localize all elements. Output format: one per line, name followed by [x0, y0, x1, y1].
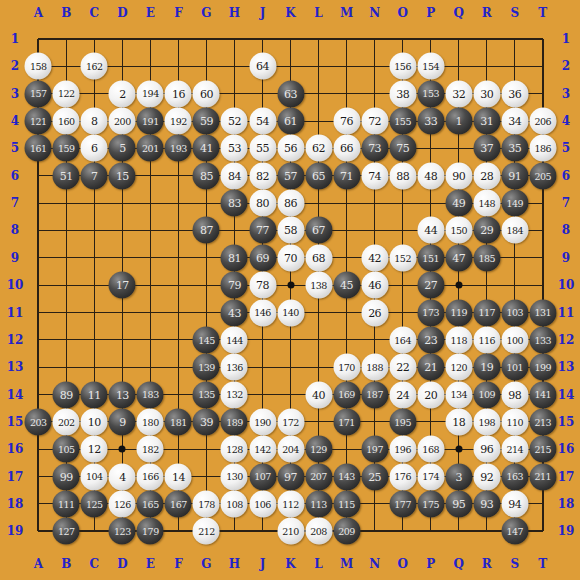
move-number: 122 — [58, 89, 75, 99]
black-stone-147: 147 — [501, 518, 528, 545]
move-number: 7 — [91, 170, 98, 181]
white-stone-188: 188 — [361, 354, 388, 381]
move-number: 3 — [455, 471, 462, 482]
black-stone-131: 131 — [529, 299, 556, 326]
column-label-top: G — [201, 7, 211, 19]
black-stone-187: 187 — [361, 381, 388, 408]
column-label-top: Q — [453, 7, 463, 19]
white-stone-116: 116 — [473, 326, 500, 353]
move-number: 47 — [452, 252, 465, 263]
row-label-right: 4 — [562, 115, 570, 127]
move-number: 45 — [340, 280, 353, 291]
white-stone-52: 52 — [221, 108, 248, 135]
move-number: 55 — [256, 143, 269, 154]
white-stone-66: 66 — [333, 135, 360, 162]
move-number: 185 — [478, 253, 495, 263]
white-stone-90: 90 — [445, 162, 472, 189]
move-number: 94 — [508, 498, 521, 509]
black-stone-49: 49 — [445, 190, 472, 217]
move-number: 90 — [452, 170, 465, 181]
black-stone-165: 165 — [137, 490, 164, 517]
white-stone-92: 92 — [473, 463, 500, 490]
white-stone-162: 162 — [81, 53, 108, 80]
white-stone-64: 64 — [249, 53, 276, 80]
move-number: 48 — [424, 170, 437, 181]
white-stone-122: 122 — [53, 80, 80, 107]
black-stone-133: 133 — [529, 326, 556, 353]
white-stone-60: 60 — [193, 80, 220, 107]
move-number: 4 — [119, 471, 126, 482]
move-number: 39 — [200, 416, 213, 427]
move-number: 35 — [508, 143, 521, 154]
black-stone-111: 111 — [53, 490, 80, 517]
move-number: 136 — [226, 362, 243, 372]
move-number: 126 — [114, 499, 131, 509]
white-stone-72: 72 — [361, 108, 388, 135]
white-stone-158: 158 — [25, 53, 52, 80]
move-number: 115 — [338, 499, 355, 509]
white-stone-16: 16 — [165, 80, 192, 107]
white-stone-186: 186 — [529, 135, 556, 162]
row-label-left: 15 — [7, 416, 24, 428]
white-stone-126: 126 — [109, 490, 136, 517]
black-stone-163: 163 — [501, 463, 528, 490]
black-stone-1: 1 — [445, 108, 472, 135]
white-stone-55: 55 — [249, 135, 276, 162]
move-number: 86 — [284, 198, 297, 209]
move-number: 66 — [340, 143, 353, 154]
black-stone-59: 59 — [193, 108, 220, 135]
column-label-bottom: F — [174, 558, 183, 570]
black-stone-135: 135 — [193, 381, 220, 408]
move-number: 72 — [368, 116, 381, 127]
row-label-right: 11 — [558, 307, 575, 319]
move-number: 57 — [284, 170, 297, 181]
move-number: 31 — [480, 116, 493, 127]
white-stone-212: 212 — [193, 518, 220, 545]
row-label-right: 13 — [558, 361, 575, 373]
white-stone-160: 160 — [53, 108, 80, 135]
column-label-top: H — [229, 7, 240, 19]
white-stone-136: 136 — [221, 354, 248, 381]
white-stone-104: 104 — [81, 463, 108, 490]
move-number: 108 — [226, 499, 243, 509]
white-stone-134: 134 — [445, 381, 472, 408]
move-number: 187 — [366, 390, 383, 400]
column-label-bottom: T — [538, 558, 547, 570]
column-label-top: C — [90, 7, 100, 19]
row-label-right: 17 — [558, 471, 575, 483]
black-stone-105: 105 — [53, 436, 80, 463]
black-stone-33: 33 — [417, 108, 444, 135]
column-label-bottom: B — [61, 558, 71, 570]
column-label-bottom: G — [201, 558, 211, 570]
black-stone-39: 39 — [193, 408, 220, 435]
white-stone-34: 34 — [501, 108, 528, 135]
move-number: 49 — [452, 198, 465, 209]
black-stone-211: 211 — [529, 463, 556, 490]
white-stone-84: 84 — [221, 162, 248, 189]
column-label-bottom: E — [146, 558, 155, 570]
white-stone-120: 120 — [445, 354, 472, 381]
move-number: 51 — [60, 170, 73, 181]
row-label-left: 19 — [7, 525, 24, 537]
move-number: 93 — [480, 498, 493, 509]
move-number: 29 — [480, 225, 493, 236]
white-stone-53: 53 — [221, 135, 248, 162]
white-stone-28: 28 — [473, 162, 500, 189]
white-stone-106: 106 — [249, 490, 276, 517]
move-number: 24 — [396, 389, 409, 400]
black-stone-213: 213 — [529, 408, 556, 435]
move-number: 197 — [366, 445, 383, 455]
move-number: 211 — [534, 472, 551, 482]
black-stone-73: 73 — [361, 135, 388, 162]
move-number: 52 — [228, 116, 241, 127]
move-number: 190 — [254, 417, 271, 427]
move-number: 76 — [340, 116, 353, 127]
move-number: 42 — [368, 252, 381, 263]
move-number: 43 — [228, 307, 241, 318]
black-stone-115: 115 — [333, 490, 360, 517]
row-label-left: 1 — [11, 33, 19, 45]
row-label-left: 2 — [11, 60, 19, 72]
row-label-left: 4 — [11, 115, 19, 127]
move-number: 58 — [284, 225, 297, 236]
move-number: 215 — [534, 445, 551, 455]
row-label-left: 17 — [7, 471, 24, 483]
black-stone-27: 27 — [417, 272, 444, 299]
move-number: 81 — [228, 252, 241, 263]
white-stone-132: 132 — [221, 381, 248, 408]
row-label-left: 18 — [7, 498, 24, 510]
white-stone-62: 62 — [305, 135, 332, 162]
star-point — [455, 282, 462, 289]
move-number: 28 — [480, 170, 493, 181]
white-stone-26: 26 — [361, 299, 388, 326]
row-label-right: 3 — [562, 88, 570, 100]
go-board[interactable]: AABBCCDDEEFFGGHHJJKKLLMMNNOOPPQQRRSSTT11… — [0, 0, 580, 580]
star-point — [287, 282, 294, 289]
row-label-left: 8 — [11, 224, 19, 236]
column-label-top: O — [397, 7, 407, 19]
move-number: 106 — [254, 499, 271, 509]
white-stone-38: 38 — [389, 80, 416, 107]
move-number: 27 — [424, 280, 437, 291]
move-number: 112 — [282, 499, 299, 509]
move-number: 54 — [256, 116, 269, 127]
move-number: 156 — [394, 62, 411, 72]
black-stone-99: 99 — [53, 463, 80, 490]
black-stone-179: 179 — [137, 518, 164, 545]
black-stone-203: 203 — [25, 408, 52, 435]
black-stone-91: 91 — [501, 162, 528, 189]
move-number: 107 — [254, 472, 271, 482]
move-number: 198 — [478, 417, 495, 427]
move-number: 144 — [226, 335, 243, 345]
white-stone-168: 168 — [417, 436, 444, 463]
column-label-bottom: D — [117, 558, 127, 570]
white-stone-78: 78 — [249, 272, 276, 299]
move-number: 11 — [88, 389, 101, 400]
move-number: 146 — [254, 308, 271, 318]
star-point — [119, 446, 126, 453]
move-number: 168 — [422, 445, 439, 455]
move-number: 60 — [200, 88, 213, 99]
column-label-bottom: R — [482, 558, 492, 570]
black-stone-121: 121 — [25, 108, 52, 135]
move-number: 25 — [368, 471, 381, 482]
white-stone-178: 178 — [193, 490, 220, 517]
column-label-top: D — [117, 7, 127, 19]
white-stone-206: 206 — [529, 108, 556, 135]
white-stone-74: 74 — [361, 162, 388, 189]
move-number: 88 — [396, 170, 409, 181]
white-stone-130: 130 — [221, 463, 248, 490]
move-number: 175 — [422, 499, 439, 509]
move-number: 206 — [534, 116, 551, 126]
white-stone-108: 108 — [221, 490, 248, 517]
move-number: 191 — [142, 116, 159, 126]
move-number: 59 — [200, 116, 213, 127]
move-number: 214 — [506, 445, 523, 455]
black-stone-79: 79 — [221, 272, 248, 299]
move-number: 5 — [119, 143, 126, 154]
white-stone-18: 18 — [445, 408, 472, 435]
row-label-right: 1 — [562, 33, 570, 45]
row-label-right: 10 — [558, 279, 575, 291]
black-stone-21: 21 — [417, 354, 444, 381]
black-stone-153: 153 — [417, 80, 444, 107]
move-number: 9 — [119, 416, 126, 427]
white-stone-144: 144 — [221, 326, 248, 353]
column-label-top: T — [538, 7, 547, 19]
white-stone-110: 110 — [501, 408, 528, 435]
move-number: 82 — [256, 170, 269, 181]
move-number: 201 — [142, 144, 159, 154]
move-number: 172 — [282, 417, 299, 427]
move-number: 205 — [534, 171, 551, 181]
move-number: 18 — [452, 416, 465, 427]
black-stone-61: 61 — [277, 108, 304, 135]
move-number: 99 — [60, 471, 73, 482]
column-label-bottom: M — [340, 558, 353, 570]
black-stone-35: 35 — [501, 135, 528, 162]
white-stone-166: 166 — [137, 463, 164, 490]
move-number: 130 — [226, 472, 243, 482]
move-number: 111 — [58, 499, 75, 509]
move-number: 149 — [506, 198, 523, 208]
white-stone-6: 6 — [81, 135, 108, 162]
white-stone-148: 148 — [473, 190, 500, 217]
black-stone-199: 199 — [529, 354, 556, 381]
black-stone-197: 197 — [361, 436, 388, 463]
move-number: 74 — [368, 170, 381, 181]
white-stone-176: 176 — [389, 463, 416, 490]
white-stone-174: 174 — [417, 463, 444, 490]
move-number: 140 — [282, 308, 299, 318]
white-stone-88: 88 — [389, 162, 416, 189]
black-stone-51: 51 — [53, 162, 80, 189]
move-number: 26 — [368, 307, 381, 318]
move-number: 210 — [282, 527, 299, 537]
move-number: 117 — [478, 308, 495, 318]
black-stone-177: 177 — [389, 490, 416, 517]
black-stone-113: 113 — [305, 490, 332, 517]
move-number: 200 — [114, 116, 131, 126]
white-stone-204: 204 — [277, 436, 304, 463]
move-number: 36 — [508, 88, 521, 99]
black-stone-175: 175 — [417, 490, 444, 517]
white-stone-22: 22 — [389, 354, 416, 381]
black-stone-9: 9 — [109, 408, 136, 435]
move-number: 163 — [506, 472, 523, 482]
black-stone-209: 209 — [333, 518, 360, 545]
white-stone-170: 170 — [333, 354, 360, 381]
black-stone-141: 141 — [529, 381, 556, 408]
column-label-top: N — [369, 7, 380, 19]
move-number: 143 — [338, 472, 355, 482]
move-number: 19 — [480, 362, 493, 373]
move-number: 53 — [228, 143, 241, 154]
move-number: 110 — [506, 417, 523, 427]
black-stone-31: 31 — [473, 108, 500, 135]
row-label-left: 11 — [7, 307, 24, 319]
white-stone-152: 152 — [389, 244, 416, 271]
black-stone-65: 65 — [305, 162, 332, 189]
column-label-bottom: A — [34, 558, 43, 570]
black-stone-77: 77 — [249, 217, 276, 244]
move-number: 131 — [534, 308, 551, 318]
black-stone-169: 169 — [333, 381, 360, 408]
column-label-bottom: P — [426, 558, 435, 570]
move-number: 73 — [368, 143, 381, 154]
move-number: 77 — [256, 225, 269, 236]
black-stone-125: 125 — [81, 490, 108, 517]
move-number: 132 — [226, 390, 243, 400]
black-stone-101: 101 — [501, 354, 528, 381]
move-number: 83 — [228, 198, 241, 209]
move-number: 104 — [86, 472, 103, 482]
move-number: 17 — [116, 280, 129, 291]
move-number: 84 — [228, 170, 241, 181]
move-number: 103 — [506, 308, 523, 318]
black-stone-23: 23 — [417, 326, 444, 353]
column-label-top: M — [340, 7, 353, 19]
white-stone-32: 32 — [445, 80, 472, 107]
black-stone-63: 63 — [277, 80, 304, 107]
white-stone-172: 172 — [277, 408, 304, 435]
black-stone-93: 93 — [473, 490, 500, 517]
row-label-left: 5 — [11, 142, 19, 154]
black-stone-89: 89 — [53, 381, 80, 408]
white-stone-24: 24 — [389, 381, 416, 408]
move-number: 152 — [394, 253, 411, 263]
black-stone-29: 29 — [473, 217, 500, 244]
white-stone-82: 82 — [249, 162, 276, 189]
black-stone-127: 127 — [53, 518, 80, 545]
black-stone-139: 139 — [193, 354, 220, 381]
move-number: 196 — [394, 445, 411, 455]
move-number: 105 — [58, 445, 75, 455]
move-number: 100 — [506, 335, 523, 345]
black-stone-45: 45 — [333, 272, 360, 299]
move-number: 64 — [256, 61, 269, 72]
white-stone-40: 40 — [305, 381, 332, 408]
black-stone-69: 69 — [249, 244, 276, 271]
move-number: 142 — [254, 445, 271, 455]
white-stone-190: 190 — [249, 408, 276, 435]
move-number: 174 — [422, 472, 439, 482]
move-number: 213 — [534, 417, 551, 427]
column-label-bottom: Q — [453, 558, 463, 570]
column-label-bottom: C — [90, 558, 100, 570]
black-stone-15: 15 — [109, 162, 136, 189]
move-number: 158 — [30, 62, 47, 72]
row-label-right: 15 — [558, 416, 575, 428]
move-number: 208 — [310, 527, 327, 537]
move-number: 75 — [396, 143, 409, 154]
move-number: 138 — [310, 280, 327, 290]
move-number: 199 — [534, 362, 551, 372]
move-number: 134 — [450, 390, 467, 400]
white-stone-12: 12 — [81, 436, 108, 463]
white-stone-80: 80 — [249, 190, 276, 217]
white-stone-182: 182 — [137, 436, 164, 463]
white-stone-36: 36 — [501, 80, 528, 107]
move-number: 44 — [424, 225, 437, 236]
move-number: 6 — [91, 143, 98, 154]
black-stone-75: 75 — [389, 135, 416, 162]
black-stone-83: 83 — [221, 190, 248, 217]
black-stone-87: 87 — [193, 217, 220, 244]
white-stone-14: 14 — [165, 463, 192, 490]
move-number: 195 — [394, 417, 411, 427]
black-stone-207: 207 — [305, 463, 332, 490]
black-stone-129: 129 — [305, 436, 332, 463]
white-stone-208: 208 — [305, 518, 332, 545]
white-stone-100: 100 — [501, 326, 528, 353]
move-number: 212 — [198, 527, 215, 537]
white-stone-150: 150 — [445, 217, 472, 244]
white-stone-76: 76 — [333, 108, 360, 135]
black-stone-57: 57 — [277, 162, 304, 189]
move-number: 173 — [422, 308, 439, 318]
move-number: 176 — [394, 472, 411, 482]
black-stone-155: 155 — [389, 108, 416, 135]
black-stone-11: 11 — [81, 381, 108, 408]
black-stone-71: 71 — [333, 162, 360, 189]
move-number: 21 — [424, 362, 437, 373]
white-stone-142: 142 — [249, 436, 276, 463]
move-number: 71 — [340, 170, 353, 181]
black-stone-201: 201 — [137, 135, 164, 162]
move-number: 78 — [256, 280, 269, 291]
move-number: 170 — [338, 362, 355, 372]
black-stone-107: 107 — [249, 463, 276, 490]
black-stone-103: 103 — [501, 299, 528, 326]
move-number: 157 — [30, 89, 47, 99]
black-stone-67: 67 — [305, 217, 332, 244]
white-stone-112: 112 — [277, 490, 304, 517]
move-number: 1 — [455, 116, 462, 127]
black-stone-193: 193 — [165, 135, 192, 162]
move-number: 65 — [312, 170, 325, 181]
move-number: 34 — [508, 116, 521, 127]
move-number: 139 — [198, 362, 215, 372]
black-stone-183: 183 — [137, 381, 164, 408]
move-number: 184 — [506, 226, 523, 236]
